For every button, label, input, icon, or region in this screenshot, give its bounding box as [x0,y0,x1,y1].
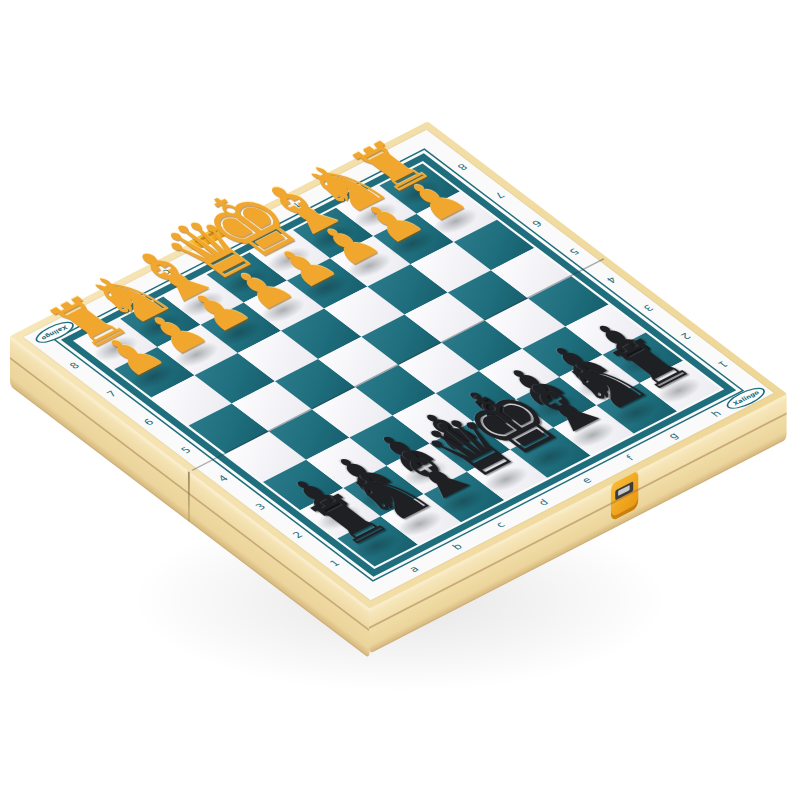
latch-pin [618,485,630,496]
latch-slot [615,481,633,500]
fold-notch [188,471,190,522]
